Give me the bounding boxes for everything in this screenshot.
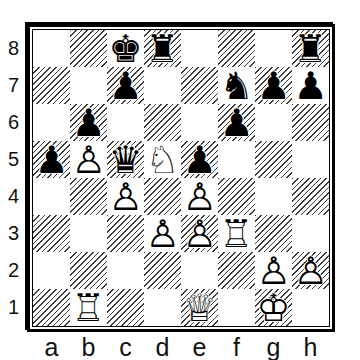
piece-black-pawn-f6[interactable]: ♟ [218, 104, 255, 141]
square-e5[interactable]: ♟ [181, 141, 218, 178]
square-c4[interactable]: ♟♙ [107, 178, 144, 215]
piece-white-pawn-e3[interactable]: ♙ [181, 215, 218, 252]
square-d3[interactable]: ♟♙ [144, 215, 181, 252]
square-d4[interactable] [144, 178, 181, 215]
square-b3[interactable] [70, 215, 107, 252]
square-e8[interactable] [181, 30, 218, 67]
square-d6[interactable] [144, 104, 181, 141]
square-h3[interactable] [292, 215, 329, 252]
square-c8[interactable]: ♚ [107, 30, 144, 67]
square-f7[interactable]: ♞ [218, 67, 255, 104]
square-d2[interactable] [144, 252, 181, 289]
square-d1[interactable] [144, 289, 181, 326]
piece-white-pawn-h2[interactable]: ♙ [292, 252, 329, 289]
square-g5[interactable] [255, 141, 292, 178]
square-a1[interactable] [33, 289, 70, 326]
piece-white-pawn-g2[interactable]: ♙ [255, 252, 292, 289]
piece-white-rook-f3[interactable]: ♖ [218, 215, 255, 252]
square-b8[interactable] [70, 30, 107, 67]
square-h6[interactable] [292, 104, 329, 141]
piece-black-queen-c5[interactable]: ♛ [107, 141, 144, 178]
piece-white-king-g1[interactable]: ♔ [255, 289, 292, 326]
square-h5[interactable] [292, 141, 329, 178]
square-e2[interactable] [181, 252, 218, 289]
square-d8[interactable]: ♜ [144, 30, 181, 67]
square-f4[interactable] [218, 178, 255, 215]
square-e1[interactable]: ♛♕ [181, 289, 218, 326]
rank-labels: 87654321 [1, 30, 26, 326]
square-a5[interactable]: ♟ [33, 141, 70, 178]
file-label-g: g [255, 333, 292, 360]
piece-black-rook-h8[interactable]: ♜ [292, 30, 329, 67]
square-g4[interactable] [255, 178, 292, 215]
square-b5[interactable]: ♟♙ [70, 141, 107, 178]
square-a4[interactable] [33, 178, 70, 215]
piece-black-rook-d8[interactable]: ♜ [144, 30, 181, 67]
square-a7[interactable] [33, 67, 70, 104]
square-c3[interactable] [107, 215, 144, 252]
square-g1[interactable]: ♚♔ [255, 289, 292, 326]
piece-black-pawn-e5[interactable]: ♟ [181, 141, 218, 178]
square-g7[interactable]: ♟ [255, 67, 292, 104]
piece-black-pawn-g7[interactable]: ♟ [255, 67, 292, 104]
square-c1[interactable] [107, 289, 144, 326]
chess-board: ♚♜♜♟♞♟♟♟♟♟♟♙♛♞♘♟♟♙♟♙♟♙♟♙♜♖♟♙♟♙♜♖♛♕♚♔ [27, 24, 335, 332]
square-b1[interactable]: ♜♖ [70, 289, 107, 326]
piece-black-pawn-a5[interactable]: ♟ [33, 141, 70, 178]
square-e3[interactable]: ♟♙ [181, 215, 218, 252]
piece-white-knight-d5[interactable]: ♘ [144, 141, 181, 178]
square-d5[interactable]: ♞♘ [144, 141, 181, 178]
file-label-a: a [33, 333, 70, 360]
rank-label-6: 6 [1, 104, 26, 141]
piece-white-pawn-b5[interactable]: ♙ [70, 141, 107, 178]
file-label-f: f [218, 333, 255, 360]
piece-white-pawn-e4[interactable]: ♙ [181, 178, 218, 215]
file-label-d: d [144, 333, 181, 360]
piece-white-queen-e1[interactable]: ♕ [181, 289, 218, 326]
square-b6[interactable]: ♟ [70, 104, 107, 141]
file-labels: abcdefgh [33, 333, 329, 359]
square-h2[interactable]: ♟♙ [292, 252, 329, 289]
square-f6[interactable]: ♟ [218, 104, 255, 141]
piece-black-pawn-c7[interactable]: ♟ [107, 67, 144, 104]
file-label-c: c [107, 333, 144, 360]
square-f3[interactable]: ♜♖ [218, 215, 255, 252]
square-h7[interactable]: ♟ [292, 67, 329, 104]
square-a6[interactable] [33, 104, 70, 141]
square-e4[interactable]: ♟♙ [181, 178, 218, 215]
square-b4[interactable] [70, 178, 107, 215]
file-label-e: e [181, 333, 218, 360]
piece-white-pawn-c4[interactable]: ♙ [107, 178, 144, 215]
square-f1[interactable] [218, 289, 255, 326]
square-h8[interactable]: ♜ [292, 30, 329, 67]
square-g6[interactable] [255, 104, 292, 141]
square-c6[interactable] [107, 104, 144, 141]
square-g2[interactable]: ♟♙ [255, 252, 292, 289]
chess-diagram: 87654321 ♚♜♜♟♞♟♟♟♟♟♟♙♛♞♘♟♟♙♟♙♟♙♟♙♜♖♟♙♟♙♜… [0, 0, 360, 360]
file-label-h: h [292, 333, 329, 360]
square-c7[interactable]: ♟ [107, 67, 144, 104]
piece-black-pawn-h7[interactable]: ♟ [292, 67, 329, 104]
square-c5[interactable]: ♛ [107, 141, 144, 178]
square-e7[interactable] [181, 67, 218, 104]
file-label-b: b [70, 333, 107, 360]
rank-label-1: 1 [1, 289, 26, 326]
square-g3[interactable] [255, 215, 292, 252]
square-f5[interactable] [218, 141, 255, 178]
square-e6[interactable] [181, 104, 218, 141]
piece-white-rook-b1[interactable]: ♖ [70, 289, 107, 326]
piece-white-pawn-d3[interactable]: ♙ [144, 215, 181, 252]
square-h1[interactable] [292, 289, 329, 326]
rank-label-3: 3 [1, 215, 26, 252]
piece-black-knight-f7[interactable]: ♞ [218, 67, 255, 104]
square-a3[interactable] [33, 215, 70, 252]
square-a2[interactable] [33, 252, 70, 289]
square-b2[interactable] [70, 252, 107, 289]
rank-label-4: 4 [1, 178, 26, 215]
rank-label-7: 7 [1, 67, 26, 104]
piece-black-king-c8[interactable]: ♚ [107, 30, 144, 67]
square-g8[interactable] [255, 30, 292, 67]
rank-label-2: 2 [1, 252, 26, 289]
piece-black-pawn-b6[interactable]: ♟ [70, 104, 107, 141]
rank-label-5: 5 [1, 141, 26, 178]
square-a8[interactable] [33, 30, 70, 67]
rank-label-8: 8 [1, 30, 26, 67]
square-c2[interactable] [107, 252, 144, 289]
square-f8[interactable] [218, 30, 255, 67]
square-b7[interactable] [70, 67, 107, 104]
board-grid: ♚♜♜♟♞♟♟♟♟♟♟♙♛♞♘♟♟♙♟♙♟♙♟♙♜♖♟♙♟♙♜♖♛♕♚♔ [32, 29, 330, 327]
square-d7[interactable] [144, 67, 181, 104]
square-f2[interactable] [218, 252, 255, 289]
square-h4[interactable] [292, 178, 329, 215]
